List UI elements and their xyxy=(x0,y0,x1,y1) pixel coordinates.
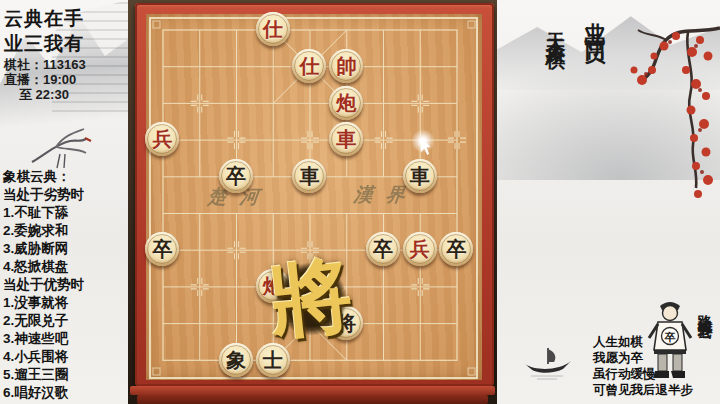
piece-black-将-c5r8[interactable]: 将 xyxy=(329,306,363,340)
tip-line: 3.威胁断网 xyxy=(3,240,84,258)
tip-line: 当处于优势时 xyxy=(3,276,84,294)
piece-character: 兵 xyxy=(410,239,430,259)
tip-line: 5.遛王三圈 xyxy=(3,366,84,384)
tip-line: 当处于劣势时 xyxy=(3,186,84,204)
piece-black-車-c7r4[interactable]: 車 xyxy=(403,159,437,193)
board-surface[interactable]: 楚河 漢界 仕仕帥炮兵車卒車車卒卒兵卒炮将象士 將 xyxy=(146,14,482,380)
piece-black-卒-c2r4[interactable]: 卒 xyxy=(219,159,253,193)
broadcast-info: 棋社：113163直播：19:00至 22:30 xyxy=(4,57,86,102)
piece-character: 士 xyxy=(263,350,283,370)
left-panel: 云典在手 业三我有 棋社：113163直播：19:00至 22:30 象棋云典：… xyxy=(0,0,128,404)
plum-blossom-illustration xyxy=(596,0,720,210)
piece-character: 卒 xyxy=(446,239,466,259)
tip-line: 4.小兵围将 xyxy=(3,348,84,366)
crane-icon xyxy=(26,126,92,174)
tip-line: 2.无限兑子 xyxy=(3,312,84,330)
piece-red-炮-c3r7[interactable]: 炮 xyxy=(256,269,290,303)
tip-line: 1.没事就将 xyxy=(3,294,84,312)
chess-tips-block: 象棋云典： 当处于劣势时1.不耻下舔2.委婉求和3.威胁断网4.怒掀棋盘当处于优… xyxy=(3,168,84,402)
piece-black-卒-c0r6[interactable]: 卒 xyxy=(145,232,179,266)
stream-screen: 云典在手 业三我有 棋社：113163直播：19:00至 22:30 象棋云典：… xyxy=(0,0,720,404)
piece-red-兵-c7r6[interactable]: 兵 xyxy=(403,232,437,266)
boat-illustration xyxy=(523,346,573,380)
piece-character: 卒 xyxy=(226,166,246,186)
piece-black-士-c3r9[interactable]: 士 xyxy=(256,343,290,377)
piece-red-兵-c0r3[interactable]: 兵 xyxy=(145,122,179,156)
piece-red-仕-c3r0[interactable]: 仕 xyxy=(256,12,290,46)
tips-header: 象棋云典： xyxy=(3,168,84,186)
vertical-title-app: 天天象棋 xyxy=(543,16,570,40)
vertical-signature: 路边摊老云 xyxy=(695,302,714,317)
piece-black-卒-c6r6[interactable]: 卒 xyxy=(366,232,400,266)
piece-character: 将 xyxy=(336,313,356,333)
piece-character: 車 xyxy=(410,166,430,186)
piece-character: 炮 xyxy=(263,276,283,296)
piece-black-車-c4r4[interactable]: 車 xyxy=(292,159,326,193)
tip-line: 2.委婉求和 xyxy=(3,222,84,240)
piece-character: 車 xyxy=(336,129,356,149)
piece-character: 車 xyxy=(299,166,319,186)
info-line: 至 22:30 xyxy=(4,87,86,102)
piece-red-車-c5r3[interactable]: 車 xyxy=(329,122,363,156)
channel-slogan-line2: 业三我有 xyxy=(4,31,84,56)
tip-line: 1.不耻下舔 xyxy=(3,204,84,222)
board-bottom-ledge-shadow xyxy=(137,395,488,404)
board-area: 楚河 漢界 仕仕帥炮兵車卒車車卒卒兵卒炮将象士 將 xyxy=(128,0,497,404)
right-panel: 业三守门员 天天象棋 人生如棋我愿为卒虽行动缓慢可曾见我后退半步 路边摊老云 卒 xyxy=(497,0,720,404)
soldier-cartoon: 卒 xyxy=(645,296,695,382)
tip-line: 6.唱好汉歌 xyxy=(3,384,84,402)
piece-black-象-c2r9[interactable]: 象 xyxy=(219,343,253,377)
chess-tips-list: 当处于劣势时1.不耻下舔2.委婉求和3.威胁断网4.怒掀棋盘当处于优势时1.没事… xyxy=(3,186,84,402)
soldier-badge: 卒 xyxy=(665,331,676,343)
piece-character: 卒 xyxy=(373,239,393,259)
poem-line: 可曾见我后退半步 xyxy=(593,382,693,398)
piece-character: 兵 xyxy=(152,129,172,149)
piece-red-仕-c4r1[interactable]: 仕 xyxy=(292,49,326,83)
channel-slogan-line1: 云典在手 xyxy=(4,6,84,31)
xiangqi-board-frame: 楚河 漢界 仕仕帥炮兵車卒車車卒卒兵卒炮将象士 將 xyxy=(135,3,494,386)
piece-character: 帥 xyxy=(336,56,356,76)
tip-line: 3.神速些吧 xyxy=(3,330,84,348)
board-bottom-ledge xyxy=(130,386,495,395)
info-line: 棋社：113163 xyxy=(4,57,86,72)
tip-line: 4.怒掀棋盘 xyxy=(3,258,84,276)
piece-character: 炮 xyxy=(336,93,356,113)
vertical-title-guard: 业三守门员 xyxy=(581,6,609,31)
piece-red-炮-c5r2[interactable]: 炮 xyxy=(329,86,363,120)
piece-character: 仕 xyxy=(299,56,319,76)
info-line: 直播：19:00 xyxy=(4,72,86,87)
piece-character: 仕 xyxy=(263,19,283,39)
piece-black-卒-c8r6[interactable]: 卒 xyxy=(439,232,473,266)
piece-red-帥-c5r1[interactable]: 帥 xyxy=(329,49,363,83)
piece-grid: 仕仕帥炮兵車卒車車卒卒兵卒炮将象士 xyxy=(144,11,475,378)
piece-character: 象 xyxy=(226,350,246,370)
piece-character: 卒 xyxy=(152,239,172,259)
